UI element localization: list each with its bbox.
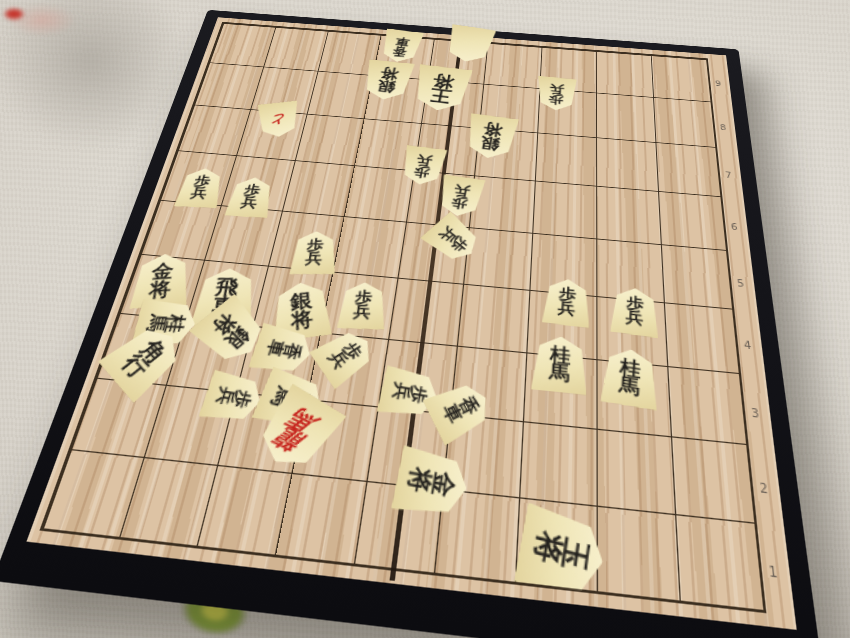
rank-number-2: 2	[753, 480, 773, 496]
rank-number-7: 7	[721, 170, 737, 180]
piece-knight-near-3[interactable]: 桂馬	[531, 334, 588, 396]
piece-kanji: 兵	[353, 305, 372, 320]
piece-kanji: 兵	[415, 154, 433, 167]
piece-kanji: 車	[394, 36, 410, 47]
piece-silver-far-2[interactable]: 銀将	[462, 113, 518, 161]
piece-kanji: 兵	[453, 183, 471, 197]
piece-kanji: 車	[440, 402, 464, 426]
piece-kanji: 兵	[214, 386, 236, 406]
piece-kanji: 車	[264, 338, 285, 357]
piece-kanji: 兵	[625, 310, 643, 327]
piece-kanji: 馬	[619, 376, 641, 397]
rank-number-3: 3	[746, 405, 765, 419]
piece-kanji: 行	[119, 352, 151, 382]
piece-kanji: 馬	[548, 363, 569, 383]
rank-number-1: 1	[762, 562, 784, 580]
piece-kanji: 兵	[391, 381, 411, 401]
rank-number-9: 9	[711, 79, 726, 87]
piece-pawn-near-2[interactable]: 歩兵	[224, 176, 276, 218]
piece-kanji: 将	[533, 530, 565, 567]
piece-tokin-far[interactable]: と	[257, 100, 299, 139]
piece-kanji: 兵	[558, 301, 576, 317]
piece-pawn-far-3[interactable]: 歩兵	[435, 174, 485, 219]
piece-kanji: 兵	[549, 83, 564, 94]
piece-silver-far-1[interactable]: 銀将	[360, 59, 415, 102]
piece-gold-near-1[interactable]: 金将	[129, 252, 192, 309]
rank-number-4: 4	[738, 338, 756, 351]
piece-kanji: と	[270, 113, 286, 126]
yarn-red-dash-top-left	[0, 6, 28, 22]
piece-king-near[interactable]: 玉将	[514, 503, 608, 604]
piece-kanji: 将	[290, 309, 313, 330]
piece-kanji: 兵	[190, 187, 209, 200]
piece-pawn-far-4[interactable]: 歩兵	[420, 212, 486, 269]
piece-pawn-near-9[interactable]: 歩兵	[610, 285, 659, 338]
piece-kanji: 兵	[304, 252, 322, 265]
piece-pawn-far-1[interactable]: 歩兵	[535, 76, 576, 112]
piece-gold-near-2[interactable]: 金将	[391, 445, 472, 522]
piece-pawn-near-1[interactable]: 歩兵	[174, 168, 226, 209]
piece-blank-far[interactable]	[443, 24, 497, 65]
piece-kanji: 将	[432, 73, 455, 89]
piece-pawn-near-8[interactable]: 歩兵	[542, 277, 591, 329]
piece-kanji: 馬	[145, 313, 168, 332]
rank-number-6: 6	[726, 221, 743, 232]
piece-kanji: 将	[148, 279, 172, 298]
piece-pawn-near-3[interactable]: 歩兵	[289, 231, 338, 274]
piece-kanji: 兵	[240, 196, 259, 209]
piece-kanji: 兵	[326, 349, 350, 372]
piece-kanji: 将	[482, 122, 503, 138]
piece-kanji: 馬	[286, 406, 323, 435]
piece-lance-far[interactable]: 香車	[378, 28, 424, 64]
piece-king-far[interactable]: 王将	[410, 64, 473, 113]
piece-pawn-far-2[interactable]: 歩兵	[398, 145, 447, 187]
piece-kanji: 将	[379, 67, 400, 81]
piece-knight-near-4[interactable]: 桂馬	[600, 345, 658, 411]
piece-kanji: 将	[408, 466, 435, 495]
rank-number-5: 5	[732, 277, 749, 289]
rank-number-8: 8	[715, 122, 730, 131]
piece-pawn-near-4[interactable]: 歩兵	[337, 281, 388, 329]
piece-lance-near-2[interactable]: 香車	[422, 376, 498, 446]
